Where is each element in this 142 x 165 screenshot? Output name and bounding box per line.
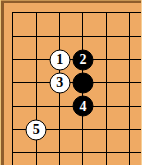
point-A14 (1, 118, 24, 141)
point-E18 (95, 25, 118, 48)
point-A17 (1, 48, 24, 71)
point-C16: 3 (48, 71, 71, 94)
black-stone-setup-D16 (72, 72, 93, 93)
point-B15 (25, 95, 48, 118)
point-C19 (48, 1, 71, 24)
point-E16 (95, 71, 118, 94)
white-stone-move-5-B14: 5 (26, 119, 47, 140)
point-F18 (118, 25, 141, 48)
point-E17 (95, 48, 118, 71)
point-C13 (48, 141, 71, 164)
board-frame-left (1, 1, 4, 165)
point-D13 (71, 141, 94, 164)
point-D18 (71, 25, 94, 48)
point-B16 (25, 71, 48, 94)
point-E13 (95, 141, 118, 164)
point-F13 (118, 141, 141, 164)
board-frame-top (0, 1, 142, 3)
point-A19 (1, 1, 24, 24)
point-D17: 2 (71, 48, 94, 71)
white-stone-move-1-C17: 1 (49, 49, 70, 70)
point-C18 (48, 25, 71, 48)
point-E14 (95, 118, 118, 141)
point-F14 (118, 118, 141, 141)
point-C14 (48, 118, 71, 141)
point-E19 (95, 1, 118, 24)
white-stone-move-3-C16: 3 (49, 72, 70, 93)
go-board: 12345 (0, 0, 142, 165)
point-D19 (71, 1, 94, 24)
point-B13 (25, 141, 48, 164)
board-frame-right (141, 0, 142, 165)
point-B18 (25, 25, 48, 48)
point-A16 (1, 71, 24, 94)
point-F17 (118, 48, 141, 71)
point-D16 (71, 71, 94, 94)
point-A15 (1, 95, 24, 118)
point-F19 (118, 1, 141, 24)
point-C15 (48, 95, 71, 118)
black-stone-move-4-D15: 4 (72, 96, 93, 117)
point-F16 (118, 71, 141, 94)
point-B19 (25, 1, 48, 24)
black-stone-move-2-D17: 2 (72, 49, 93, 70)
point-B14: 5 (25, 118, 48, 141)
go-grid: 12345 (1, 1, 141, 164)
point-D15: 4 (71, 95, 94, 118)
point-E15 (95, 95, 118, 118)
point-D14 (71, 118, 94, 141)
point-C17: 1 (48, 48, 71, 71)
point-A13 (1, 141, 24, 164)
point-A18 (1, 25, 24, 48)
point-B17 (25, 48, 48, 71)
point-F15 (118, 95, 141, 118)
